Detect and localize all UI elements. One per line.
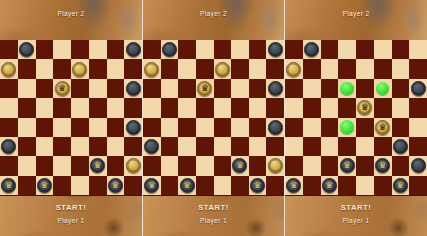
- board-square[interactable]: [321, 79, 339, 98]
- board-square[interactable]: [214, 98, 232, 117]
- board-square[interactable]: [18, 118, 36, 137]
- board-square[interactable]: [53, 176, 71, 195]
- board-square[interactable]: [409, 156, 427, 175]
- board-square[interactable]: [107, 59, 125, 78]
- board-square[interactable]: [266, 137, 284, 156]
- king-crown-icon: ♛: [254, 180, 262, 189]
- dark-king[interactable]: ♛: [90, 158, 105, 173]
- board-square[interactable]: [36, 137, 54, 156]
- board-square[interactable]: [143, 98, 161, 117]
- board-square[interactable]: ♛: [107, 176, 125, 195]
- board-square[interactable]: [214, 40, 232, 59]
- board-square[interactable]: [196, 118, 214, 137]
- light-man[interactable]: [286, 62, 301, 77]
- board-square[interactable]: [196, 40, 214, 59]
- board-square[interactable]: [161, 156, 179, 175]
- dark-king[interactable]: ♛: [393, 178, 408, 193]
- board-square[interactable]: [161, 98, 179, 117]
- board-square[interactable]: [303, 176, 321, 195]
- dark-king[interactable]: ♛: [1, 178, 16, 193]
- board-square[interactable]: [249, 137, 267, 156]
- board-square[interactable]: [196, 98, 214, 117]
- board-square[interactable]: [124, 137, 142, 156]
- board-square[interactable]: [18, 79, 36, 98]
- status-text: START!: [341, 204, 372, 212]
- board-square[interactable]: [409, 176, 427, 195]
- board-square[interactable]: [374, 40, 392, 59]
- game-frame-3: Player 2 ♛♛♛♛♛♛♛ START! Player 1: [285, 0, 427, 236]
- king-crown-icon: ♛: [183, 180, 191, 189]
- checkers-board: ♛♛♛♛♛♛♛: [285, 40, 427, 196]
- dark-man[interactable]: [126, 42, 141, 57]
- king-crown-icon: ♛: [58, 83, 66, 92]
- board-square[interactable]: [124, 118, 142, 137]
- opponent-name-label: Player 2: [200, 11, 227, 18]
- king-crown-icon: ♛: [325, 180, 333, 189]
- board-square[interactable]: ♛: [374, 118, 392, 137]
- board-square[interactable]: [36, 118, 54, 137]
- board-square[interactable]: ♛: [392, 176, 410, 195]
- dark-man[interactable]: [268, 120, 283, 135]
- dark-king[interactable]: ♛: [322, 178, 337, 193]
- board-square[interactable]: [338, 40, 356, 59]
- board-square[interactable]: [356, 59, 374, 78]
- board-square[interactable]: [143, 137, 161, 156]
- board-square[interactable]: [143, 59, 161, 78]
- opponent-bar: Player 2: [285, 0, 427, 40]
- board-square[interactable]: [36, 98, 54, 117]
- board-square[interactable]: [89, 118, 107, 137]
- board-square[interactable]: [249, 40, 267, 59]
- board-square[interactable]: [124, 176, 142, 195]
- board-square[interactable]: [231, 137, 249, 156]
- board-square[interactable]: [124, 156, 142, 175]
- board-square[interactable]: [338, 79, 356, 98]
- board-square[interactable]: [249, 79, 267, 98]
- game-frame-2: Player 2 ♛♛♛♛♛ START! Player 1: [143, 0, 284, 236]
- opponent-name-label: Player 2: [57, 11, 84, 18]
- board-square[interactable]: [266, 98, 284, 117]
- move-highlight[interactable]: [340, 120, 354, 134]
- board-square[interactable]: ♛: [338, 156, 356, 175]
- board-square[interactable]: [392, 79, 410, 98]
- board-square[interactable]: [374, 176, 392, 195]
- board-square[interactable]: [249, 98, 267, 117]
- board-square[interactable]: [71, 79, 89, 98]
- board-square[interactable]: ♛: [89, 156, 107, 175]
- dark-man[interactable]: [304, 42, 319, 57]
- dark-king[interactable]: ♛: [37, 178, 52, 193]
- board-square[interactable]: [196, 176, 214, 195]
- board-square[interactable]: [321, 118, 339, 137]
- board-square[interactable]: [143, 118, 161, 137]
- board-square[interactable]: [374, 137, 392, 156]
- player-bar: START! Player 1: [285, 196, 427, 236]
- board-square[interactable]: [338, 98, 356, 117]
- dark-king[interactable]: ♛: [144, 178, 159, 193]
- board-square[interactable]: [107, 156, 125, 175]
- board-square[interactable]: [107, 40, 125, 59]
- dark-man[interactable]: [162, 42, 177, 57]
- board-square[interactable]: [178, 98, 196, 117]
- checkers-board: ♛♛♛♛♛: [0, 40, 142, 196]
- game-frame-1: Player 2 ♛♛♛♛♛ START! Player 1: [0, 0, 142, 236]
- board-square[interactable]: [214, 79, 232, 98]
- board-square[interactable]: [71, 156, 89, 175]
- king-crown-icon: ♛: [361, 103, 369, 112]
- board-square[interactable]: [356, 137, 374, 156]
- move-highlight[interactable]: [340, 82, 354, 96]
- board-square[interactable]: [231, 98, 249, 117]
- light-man[interactable]: [72, 62, 87, 77]
- board-square[interactable]: [303, 40, 321, 59]
- board-square[interactable]: [303, 98, 321, 117]
- dark-man[interactable]: [1, 139, 16, 154]
- board-square[interactable]: [18, 59, 36, 78]
- checkers-app-frames: Player 2 ♛♛♛♛♛ START! Player 1 Player 2 …: [0, 0, 427, 236]
- board-square[interactable]: [409, 59, 427, 78]
- board-square[interactable]: [321, 98, 339, 117]
- board-square[interactable]: [71, 59, 89, 78]
- board-square[interactable]: [196, 156, 214, 175]
- dark-king[interactable]: ♛: [375, 158, 390, 173]
- board-square[interactable]: [36, 79, 54, 98]
- board-square[interactable]: [89, 137, 107, 156]
- board-square[interactable]: [161, 176, 179, 195]
- board-square[interactable]: [0, 59, 18, 78]
- light-man[interactable]: [215, 62, 230, 77]
- board-square[interactable]: [249, 156, 267, 175]
- board-square[interactable]: [124, 40, 142, 59]
- board-square[interactable]: [409, 118, 427, 137]
- board-square[interactable]: [303, 156, 321, 175]
- board-square[interactable]: [18, 40, 36, 59]
- board-square[interactable]: [53, 40, 71, 59]
- board-square[interactable]: [196, 59, 214, 78]
- board-square[interactable]: [89, 79, 107, 98]
- board-square[interactable]: [0, 156, 18, 175]
- king-crown-icon: ♛: [5, 180, 13, 189]
- board-square[interactable]: [107, 79, 125, 98]
- light-king[interactable]: ♛: [197, 81, 212, 96]
- board-square[interactable]: [107, 118, 125, 137]
- board-square[interactable]: [161, 118, 179, 137]
- board-square[interactable]: [374, 79, 392, 98]
- board-square[interactable]: [214, 156, 232, 175]
- dark-man[interactable]: [411, 81, 426, 96]
- board-square[interactable]: [409, 137, 427, 156]
- board-square[interactable]: ♛: [178, 176, 196, 195]
- dark-king[interactable]: ♛: [180, 178, 195, 193]
- board-square[interactable]: [53, 98, 71, 117]
- board-square[interactable]: [231, 176, 249, 195]
- board-square[interactable]: [143, 40, 161, 59]
- light-man[interactable]: [126, 158, 141, 173]
- board-square[interactable]: [143, 156, 161, 175]
- board-square[interactable]: [338, 118, 356, 137]
- status-text: START!: [198, 204, 229, 212]
- dark-king[interactable]: ♛: [286, 178, 301, 193]
- board-square[interactable]: [356, 118, 374, 137]
- board-square[interactable]: [107, 137, 125, 156]
- board-square[interactable]: [214, 137, 232, 156]
- board-square[interactable]: [374, 59, 392, 78]
- board-square[interactable]: [321, 40, 339, 59]
- board-square[interactable]: [392, 59, 410, 78]
- board-square[interactable]: [285, 59, 303, 78]
- board-square[interactable]: [409, 79, 427, 98]
- board-square[interactable]: [0, 98, 18, 117]
- king-crown-icon: ♛: [201, 83, 209, 92]
- dark-man[interactable]: [268, 42, 283, 57]
- board-square[interactable]: [89, 98, 107, 117]
- board-square[interactable]: ♛: [53, 79, 71, 98]
- board-square[interactable]: [71, 176, 89, 195]
- board-square[interactable]: ♛: [285, 176, 303, 195]
- light-man[interactable]: [144, 62, 159, 77]
- board-square[interactable]: [356, 79, 374, 98]
- board-square[interactable]: [53, 156, 71, 175]
- board-square[interactable]: [161, 137, 179, 156]
- light-man[interactable]: [268, 158, 283, 173]
- move-highlight[interactable]: [376, 82, 390, 96]
- king-crown-icon: ♛: [290, 180, 298, 189]
- king-crown-icon: ♛: [236, 161, 244, 170]
- board-square[interactable]: [0, 137, 18, 156]
- player-name-label: Player 1: [342, 218, 369, 225]
- board-square[interactable]: [178, 59, 196, 78]
- dark-man[interactable]: [126, 120, 141, 135]
- board-square[interactable]: [303, 79, 321, 98]
- board-square[interactable]: [338, 176, 356, 195]
- light-man[interactable]: [1, 62, 16, 77]
- king-crown-icon: ♛: [148, 180, 156, 189]
- board-square[interactable]: [303, 59, 321, 78]
- board-square[interactable]: [321, 156, 339, 175]
- board-square[interactable]: [53, 118, 71, 137]
- board-square[interactable]: [214, 59, 232, 78]
- board-square[interactable]: ♛: [356, 98, 374, 117]
- dark-man[interactable]: [144, 139, 159, 154]
- board-square[interactable]: [392, 137, 410, 156]
- board-square[interactable]: [266, 59, 284, 78]
- board-square[interactable]: [196, 137, 214, 156]
- dark-man[interactable]: [19, 42, 34, 57]
- board-square[interactable]: [231, 79, 249, 98]
- king-crown-icon: ♛: [343, 161, 351, 170]
- board-square[interactable]: [36, 156, 54, 175]
- board-square[interactable]: [374, 98, 392, 117]
- board-square[interactable]: [89, 59, 107, 78]
- board-square[interactable]: [178, 40, 196, 59]
- board-square[interactable]: [356, 176, 374, 195]
- board-square[interactable]: ♛: [143, 176, 161, 195]
- light-king[interactable]: ♛: [357, 100, 372, 115]
- board-square[interactable]: [53, 59, 71, 78]
- board-square[interactable]: [18, 156, 36, 175]
- board-square[interactable]: ♛: [36, 176, 54, 195]
- board-square[interactable]: [266, 176, 284, 195]
- opponent-bar: Player 2: [143, 0, 284, 40]
- board-square[interactable]: [124, 98, 142, 117]
- board-square[interactable]: [214, 118, 232, 137]
- board-square[interactable]: [178, 79, 196, 98]
- board-square[interactable]: [249, 118, 267, 137]
- king-crown-icon: ♛: [111, 180, 119, 189]
- checkers-board: ♛♛♛♛♛: [143, 40, 284, 196]
- board-square[interactable]: [266, 156, 284, 175]
- board-square[interactable]: [392, 156, 410, 175]
- dark-king[interactable]: ♛: [232, 158, 247, 173]
- board-square[interactable]: ♛: [231, 156, 249, 175]
- board-square[interactable]: [356, 156, 374, 175]
- board-square[interactable]: [124, 79, 142, 98]
- board-square[interactable]: [0, 79, 18, 98]
- board-square[interactable]: ♛: [321, 176, 339, 195]
- board-square[interactable]: [231, 40, 249, 59]
- board-square[interactable]: [392, 40, 410, 59]
- board-square[interactable]: [89, 40, 107, 59]
- dark-king[interactable]: ♛: [340, 158, 355, 173]
- light-king[interactable]: ♛: [55, 81, 70, 96]
- board-square[interactable]: [285, 79, 303, 98]
- dark-king[interactable]: ♛: [108, 178, 123, 193]
- board-square[interactable]: ♛: [249, 176, 267, 195]
- board-square[interactable]: [285, 118, 303, 137]
- status-text: START!: [56, 204, 87, 212]
- board-square[interactable]: [71, 118, 89, 137]
- king-crown-icon: ♛: [396, 180, 404, 189]
- board-square[interactable]: [71, 98, 89, 117]
- board-square[interactable]: [266, 118, 284, 137]
- board-square[interactable]: [266, 79, 284, 98]
- player-name-label: Player 1: [200, 218, 227, 225]
- board-square[interactable]: [338, 137, 356, 156]
- dark-man[interactable]: [393, 139, 408, 154]
- board-square[interactable]: [18, 98, 36, 117]
- board-square[interactable]: [409, 98, 427, 117]
- board-square[interactable]: ♛: [196, 79, 214, 98]
- board-square[interactable]: [0, 40, 18, 59]
- king-crown-icon: ♛: [379, 122, 387, 131]
- board-square[interactable]: [338, 59, 356, 78]
- king-crown-icon: ♛: [94, 161, 102, 170]
- dark-man[interactable]: [268, 81, 283, 96]
- light-king[interactable]: ♛: [375, 120, 390, 135]
- board-square[interactable]: [143, 79, 161, 98]
- board-square[interactable]: [71, 137, 89, 156]
- board-square[interactable]: [178, 137, 196, 156]
- board-square[interactable]: [53, 137, 71, 156]
- board-square[interactable]: ♛: [0, 176, 18, 195]
- board-square[interactable]: [18, 137, 36, 156]
- board-square[interactable]: [178, 118, 196, 137]
- player-name-label: Player 1: [57, 218, 84, 225]
- board-square[interactable]: [178, 156, 196, 175]
- board-square[interactable]: [107, 98, 125, 117]
- board-square[interactable]: [285, 98, 303, 117]
- board-square[interactable]: [392, 118, 410, 137]
- dark-man[interactable]: [411, 158, 426, 173]
- board-square[interactable]: [0, 118, 18, 137]
- board-square[interactable]: [303, 137, 321, 156]
- board-square[interactable]: [36, 40, 54, 59]
- board-square[interactable]: [161, 79, 179, 98]
- board-square[interactable]: [285, 156, 303, 175]
- board-square[interactable]: [321, 59, 339, 78]
- king-crown-icon: ♛: [40, 180, 48, 189]
- board-square[interactable]: [36, 59, 54, 78]
- board-square[interactable]: [214, 176, 232, 195]
- board-square[interactable]: [18, 176, 36, 195]
- player-bar: START! Player 1: [143, 196, 284, 236]
- dark-man[interactable]: [126, 81, 141, 96]
- board-square[interactable]: [321, 137, 339, 156]
- opponent-bar: Player 2: [0, 0, 142, 40]
- board-square[interactable]: [356, 40, 374, 59]
- board-square[interactable]: [249, 59, 267, 78]
- board-square[interactable]: [161, 59, 179, 78]
- board-square[interactable]: ♛: [374, 156, 392, 175]
- player-bar: START! Player 1: [0, 196, 142, 236]
- board-square[interactable]: [231, 59, 249, 78]
- board-square[interactable]: [303, 118, 321, 137]
- board-square[interactable]: [285, 40, 303, 59]
- king-crown-icon: ♛: [379, 161, 387, 170]
- board-square[interactable]: [285, 137, 303, 156]
- board-square[interactable]: [124, 59, 142, 78]
- board-square[interactable]: [89, 176, 107, 195]
- board-square[interactable]: [161, 40, 179, 59]
- dark-king[interactable]: ♛: [250, 178, 265, 193]
- board-square[interactable]: [266, 40, 284, 59]
- board-square[interactable]: [71, 40, 89, 59]
- board-square[interactable]: [409, 40, 427, 59]
- board-square[interactable]: [231, 118, 249, 137]
- opponent-name-label: Player 2: [342, 11, 369, 18]
- board-square[interactable]: [392, 98, 410, 117]
